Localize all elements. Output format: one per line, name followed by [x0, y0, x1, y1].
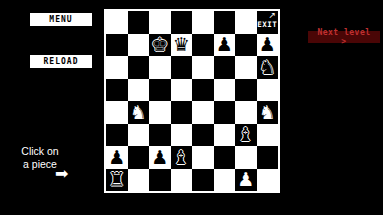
square-c6[interactable]	[149, 56, 171, 79]
square-a5[interactable]	[106, 79, 128, 102]
square-g4[interactable]	[235, 101, 257, 124]
piece-white-knight-b4[interactable]: ♞	[130, 103, 147, 122]
square-f3[interactable]	[214, 124, 236, 147]
square-a3[interactable]	[106, 124, 128, 147]
square-d6[interactable]	[171, 56, 193, 79]
square-a4[interactable]	[106, 101, 128, 124]
piece-black-rook-a1[interactable]: ♜	[108, 170, 125, 189]
square-c8[interactable]	[149, 11, 171, 34]
square-f4[interactable]	[214, 101, 236, 124]
square-g8[interactable]	[235, 11, 257, 34]
square-a7[interactable]	[106, 34, 128, 57]
square-e2[interactable]	[192, 146, 214, 169]
square-c4[interactable]	[149, 101, 171, 124]
next-level-button[interactable]: Next level >	[308, 31, 380, 43]
square-f1[interactable]	[214, 169, 236, 192]
square-b7[interactable]	[128, 34, 150, 57]
square-a6[interactable]	[106, 56, 128, 79]
square-a2[interactable]: ♟	[106, 146, 128, 169]
square-g2[interactable]	[235, 146, 257, 169]
square-d4[interactable]	[171, 101, 193, 124]
piece-black-pawn-h7[interactable]: ♟	[259, 35, 276, 54]
reload-button[interactable]: RELOAD	[30, 55, 92, 68]
piece-black-king-c7[interactable]: ♚	[151, 35, 168, 54]
square-d2[interactable]: ♝	[171, 146, 193, 169]
square-h2[interactable]	[257, 146, 279, 169]
piece-white-pawn-g1[interactable]: ♟	[237, 170, 254, 189]
piece-black-pawn-a2[interactable]: ♟	[108, 148, 125, 167]
piece-white-knight-h4[interactable]: ♞	[259, 103, 276, 122]
square-b4[interactable]: ♞	[128, 101, 150, 124]
square-c5[interactable]	[149, 79, 171, 102]
piece-black-knight-h6[interactable]: ♞	[259, 58, 276, 77]
square-f8[interactable]	[214, 11, 236, 34]
square-h7[interactable]: ♟	[257, 34, 279, 57]
square-e4[interactable]	[192, 101, 214, 124]
square-b6[interactable]	[128, 56, 150, 79]
hint-right-arrow-icon: ➡	[55, 166, 68, 182]
square-g5[interactable]	[235, 79, 257, 102]
chess-board[interactable]: ↗EXIT♚♛♟♟♞♞♞♝♟♟♝♜♟	[104, 9, 280, 193]
square-a8[interactable]	[106, 11, 128, 34]
square-c7[interactable]: ♚	[149, 34, 171, 57]
square-g7[interactable]	[235, 34, 257, 57]
square-h5[interactable]	[257, 79, 279, 102]
square-e1[interactable]	[192, 169, 214, 192]
square-d5[interactable]	[171, 79, 193, 102]
square-h6[interactable]: ♞	[257, 56, 279, 79]
square-h4[interactable]: ♞	[257, 101, 279, 124]
square-c1[interactable]	[149, 169, 171, 192]
square-f7[interactable]: ♟	[214, 34, 236, 57]
square-b3[interactable]	[128, 124, 150, 147]
piece-black-bishop-d2[interactable]: ♝	[173, 148, 190, 167]
square-c2[interactable]: ♟	[149, 146, 171, 169]
square-h3[interactable]	[257, 124, 279, 147]
square-b1[interactable]	[128, 169, 150, 192]
exit-label: EXIT	[257, 20, 279, 29]
square-d8[interactable]	[171, 11, 193, 34]
square-c3[interactable]	[149, 124, 171, 147]
piece-black-queen-d7[interactable]: ♛	[173, 35, 190, 54]
square-g3[interactable]: ♝	[235, 124, 257, 147]
square-b2[interactable]	[128, 146, 150, 169]
square-e6[interactable]	[192, 56, 214, 79]
square-d1[interactable]	[171, 169, 193, 192]
square-d3[interactable]	[171, 124, 193, 147]
piece-black-pawn-f7[interactable]: ♟	[216, 35, 233, 54]
piece-black-bishop-g3[interactable]: ♝	[237, 125, 254, 144]
menu-button[interactable]: MENU	[30, 13, 92, 26]
square-h8[interactable]: ↗EXIT	[257, 11, 279, 34]
piece-black-pawn-c2[interactable]: ♟	[151, 148, 168, 167]
square-b8[interactable]	[128, 11, 150, 34]
square-d7[interactable]: ♛	[171, 34, 193, 57]
square-f2[interactable]	[214, 146, 236, 169]
square-h1[interactable]	[257, 169, 279, 192]
square-b5[interactable]	[128, 79, 150, 102]
square-e8[interactable]	[192, 11, 214, 34]
square-f5[interactable]	[214, 79, 236, 102]
square-g6[interactable]	[235, 56, 257, 79]
hint-line-1: Click on	[8, 145, 72, 158]
square-e3[interactable]	[192, 124, 214, 147]
square-g1[interactable]: ♟	[235, 169, 257, 192]
square-f6[interactable]	[214, 56, 236, 79]
square-a1[interactable]: ♜	[106, 169, 128, 192]
square-e7[interactable]	[192, 34, 214, 57]
square-e5[interactable]	[192, 79, 214, 102]
exit-arrow-icon: ↗	[257, 11, 279, 19]
